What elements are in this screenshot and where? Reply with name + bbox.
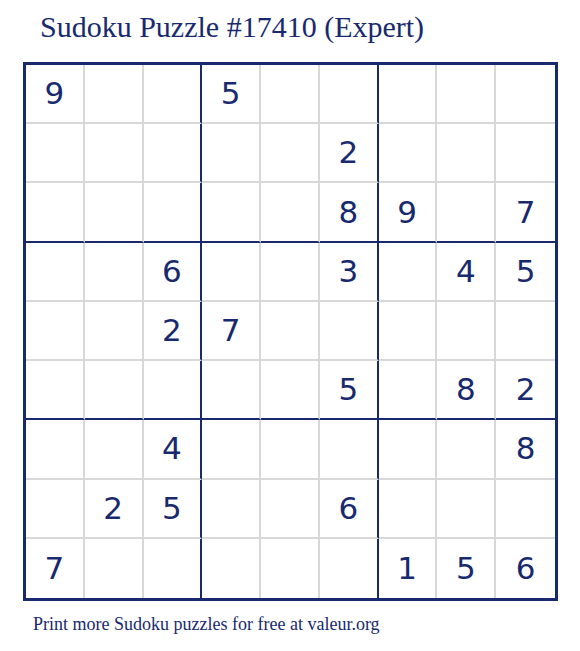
cell-r7c1	[26, 420, 85, 479]
sudoku-page: Sudoku Puzzle #17410 (Expert) 9528976345…	[0, 0, 580, 651]
cell-r9c8: 5	[437, 539, 496, 598]
cell-r1c2	[85, 65, 144, 124]
cell-r2c7	[379, 124, 438, 183]
cell-r3c9: 7	[496, 183, 555, 242]
cell-r9c1: 7	[26, 539, 85, 598]
cell-r2c5	[261, 124, 320, 183]
cell-r3c7: 9	[379, 183, 438, 242]
cell-r6c8: 8	[437, 361, 496, 420]
cell-r5c5	[261, 302, 320, 361]
cell-r7c4	[202, 420, 261, 479]
cell-r3c5	[261, 183, 320, 242]
cell-r2c4	[202, 124, 261, 183]
cell-r2c3	[144, 124, 203, 183]
sudoku-grid: 952897634527582482567156	[23, 62, 558, 601]
cell-r7c6	[320, 420, 379, 479]
cell-r8c6: 6	[320, 480, 379, 539]
cell-r5c4: 7	[202, 302, 261, 361]
cell-r5c2	[85, 302, 144, 361]
cell-r2c2	[85, 124, 144, 183]
cell-r8c4	[202, 480, 261, 539]
cell-r9c7: 1	[379, 539, 438, 598]
cell-r6c4	[202, 361, 261, 420]
cell-r7c3: 4	[144, 420, 203, 479]
cell-r6c9: 2	[496, 361, 555, 420]
cell-r4c6: 3	[320, 243, 379, 302]
cell-r3c1	[26, 183, 85, 242]
cell-r9c4	[202, 539, 261, 598]
cell-r2c8	[437, 124, 496, 183]
cell-r6c6: 5	[320, 361, 379, 420]
cell-r5c9	[496, 302, 555, 361]
cell-r7c2	[85, 420, 144, 479]
cell-r1c5	[261, 65, 320, 124]
cell-r4c4	[202, 243, 261, 302]
cell-r9c3	[144, 539, 203, 598]
cell-r8c8	[437, 480, 496, 539]
cell-r5c7	[379, 302, 438, 361]
cell-r5c3: 2	[144, 302, 203, 361]
cell-r1c6	[320, 65, 379, 124]
cell-r4c8: 4	[437, 243, 496, 302]
cell-r8c5	[261, 480, 320, 539]
cell-r4c1	[26, 243, 85, 302]
cell-r5c1	[26, 302, 85, 361]
cell-r5c6	[320, 302, 379, 361]
cell-r9c5	[261, 539, 320, 598]
cell-r7c5	[261, 420, 320, 479]
cell-r4c7	[379, 243, 438, 302]
cell-r6c5	[261, 361, 320, 420]
cell-r1c1: 9	[26, 65, 85, 124]
cell-r4c2	[85, 243, 144, 302]
cell-r4c3: 6	[144, 243, 203, 302]
cell-r1c7	[379, 65, 438, 124]
cell-r3c4	[202, 183, 261, 242]
cell-r7c9: 8	[496, 420, 555, 479]
cell-r7c8	[437, 420, 496, 479]
cell-r4c5	[261, 243, 320, 302]
cell-r9c6	[320, 539, 379, 598]
cell-r1c8	[437, 65, 496, 124]
cell-r2c6: 2	[320, 124, 379, 183]
cell-r1c3	[144, 65, 203, 124]
cell-r9c9: 6	[496, 539, 555, 598]
cell-r3c3	[144, 183, 203, 242]
cell-r6c3	[144, 361, 203, 420]
cell-r6c7	[379, 361, 438, 420]
cell-r3c2	[85, 183, 144, 242]
cell-r3c6: 8	[320, 183, 379, 242]
cell-r8c3: 5	[144, 480, 203, 539]
cell-r7c7	[379, 420, 438, 479]
cell-r6c2	[85, 361, 144, 420]
cell-r2c1	[26, 124, 85, 183]
cell-r9c2	[85, 539, 144, 598]
cell-r1c9	[496, 65, 555, 124]
cell-r3c8	[437, 183, 496, 242]
cell-r4c9: 5	[496, 243, 555, 302]
cell-r6c1	[26, 361, 85, 420]
cell-r8c9	[496, 480, 555, 539]
cell-r8c7	[379, 480, 438, 539]
cell-r5c8	[437, 302, 496, 361]
cell-r8c1	[26, 480, 85, 539]
cell-r1c4: 5	[202, 65, 261, 124]
page-title: Sudoku Puzzle #17410 (Expert)	[40, 10, 424, 44]
cell-r2c9	[496, 124, 555, 183]
cell-r8c2: 2	[85, 480, 144, 539]
footer-text: Print more Sudoku puzzles for free at va…	[33, 614, 380, 635]
